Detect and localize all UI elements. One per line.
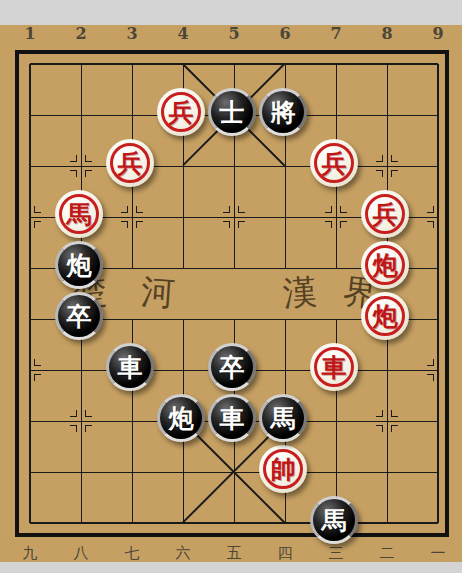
file-label-bottom: 五 xyxy=(227,544,242,563)
piece-red-soldier[interactable]: 兵 xyxy=(361,190,409,238)
top-gray-bar xyxy=(0,0,462,25)
position-marker xyxy=(70,155,77,162)
grid-line-vertical xyxy=(437,64,439,523)
file-label-top: 5 xyxy=(228,24,239,43)
piece-character: 炮 xyxy=(169,406,194,431)
file-label-bottom: 七 xyxy=(125,544,140,563)
file-label-bottom: 三 xyxy=(329,544,344,563)
piece-character: 帥 xyxy=(271,457,296,482)
position-marker xyxy=(85,170,92,177)
position-marker xyxy=(376,410,383,417)
piece-red-soldier[interactable]: 兵 xyxy=(310,139,358,187)
river-character: 漢 xyxy=(281,269,318,317)
piece-character: 兵 xyxy=(373,202,398,227)
file-label-top: 2 xyxy=(75,24,86,43)
position-marker xyxy=(391,170,398,177)
file-label-top: 3 xyxy=(126,24,137,43)
file-label-top: 7 xyxy=(330,24,341,43)
position-marker xyxy=(85,410,92,417)
position-marker xyxy=(223,221,230,228)
file-label-top: 4 xyxy=(177,24,188,43)
piece-black-general[interactable]: 將 xyxy=(259,88,307,136)
piece-black-advisor[interactable]: 士 xyxy=(208,88,256,136)
file-label-bottom: 二 xyxy=(380,544,395,563)
position-marker xyxy=(376,425,383,432)
position-marker xyxy=(70,410,77,417)
file-label-bottom: 九 xyxy=(23,544,38,563)
piece-character: 馬 xyxy=(67,202,92,227)
piece-character: 車 xyxy=(220,406,245,431)
bottom-gray-bar xyxy=(0,562,462,573)
file-label-top: 6 xyxy=(279,24,290,43)
position-marker xyxy=(223,206,230,213)
file-label-bottom: 八 xyxy=(74,544,89,563)
piece-black-horse[interactable]: 馬 xyxy=(310,496,358,544)
position-marker xyxy=(427,374,434,381)
xiangqi-app: 楚河漢界123456789九八七六五四三二一兵兵兵馬兵炮炮車帥士將炮卒車卒炮車馬… xyxy=(0,0,462,573)
file-label-bottom: 六 xyxy=(176,544,191,563)
piece-character: 馬 xyxy=(322,508,347,533)
position-marker xyxy=(34,221,41,228)
piece-black-horse[interactable]: 馬 xyxy=(259,394,307,442)
piece-red-soldier[interactable]: 兵 xyxy=(106,139,154,187)
file-label-top: 8 xyxy=(381,24,392,43)
piece-character: 炮 xyxy=(373,253,398,278)
piece-black-soldier[interactable]: 卒 xyxy=(208,343,256,391)
piece-character: 卒 xyxy=(67,304,92,329)
piece-black-cannon[interactable]: 炮 xyxy=(55,241,103,289)
file-label-bottom: 一 xyxy=(431,544,446,563)
piece-character: 卒 xyxy=(220,355,245,380)
position-marker xyxy=(427,206,434,213)
position-marker xyxy=(70,170,77,177)
position-marker xyxy=(85,155,92,162)
piece-red-soldier[interactable]: 兵 xyxy=(157,88,205,136)
file-label-top: 1 xyxy=(24,24,35,43)
piece-red-chariot[interactable]: 車 xyxy=(310,343,358,391)
position-marker xyxy=(427,359,434,366)
piece-black-cannon[interactable]: 炮 xyxy=(157,394,205,442)
position-marker xyxy=(238,221,245,228)
piece-character: 車 xyxy=(322,355,347,380)
piece-red-cannon[interactable]: 炮 xyxy=(361,292,409,340)
position-marker xyxy=(70,425,77,432)
position-marker xyxy=(376,155,383,162)
file-label-bottom: 四 xyxy=(278,544,293,563)
piece-character: 兵 xyxy=(169,100,194,125)
grid-line-vertical xyxy=(387,319,388,523)
position-marker xyxy=(391,155,398,162)
position-marker xyxy=(325,206,332,213)
position-marker xyxy=(136,221,143,228)
position-marker xyxy=(85,425,92,432)
position-marker xyxy=(34,374,41,381)
piece-character: 車 xyxy=(118,355,143,380)
grid-line-vertical xyxy=(29,64,31,523)
position-marker xyxy=(376,170,383,177)
position-marker xyxy=(391,425,398,432)
piece-character: 兵 xyxy=(118,151,143,176)
piece-black-chariot[interactable]: 車 xyxy=(208,394,256,442)
piece-character: 馬 xyxy=(271,406,296,431)
position-marker xyxy=(340,206,347,213)
piece-character: 炮 xyxy=(67,253,92,278)
position-marker xyxy=(121,206,128,213)
file-label-top: 9 xyxy=(432,24,443,43)
position-marker xyxy=(391,410,398,417)
piece-red-cannon[interactable]: 炮 xyxy=(361,241,409,289)
position-marker xyxy=(136,206,143,213)
piece-character: 將 xyxy=(271,100,296,125)
position-marker xyxy=(325,221,332,228)
position-marker xyxy=(121,221,128,228)
position-marker xyxy=(34,206,41,213)
river-character: 河 xyxy=(139,269,176,317)
position-marker xyxy=(34,359,41,366)
position-marker xyxy=(427,221,434,228)
piece-red-horse[interactable]: 馬 xyxy=(55,190,103,238)
piece-character: 士 xyxy=(220,100,245,125)
piece-black-chariot[interactable]: 車 xyxy=(106,343,154,391)
position-marker xyxy=(238,206,245,213)
piece-character: 炮 xyxy=(373,304,398,329)
piece-character: 兵 xyxy=(322,151,347,176)
grid-line-vertical xyxy=(81,319,82,523)
piece-red-general[interactable]: 帥 xyxy=(259,445,307,493)
piece-black-soldier[interactable]: 卒 xyxy=(55,292,103,340)
position-marker xyxy=(340,221,347,228)
